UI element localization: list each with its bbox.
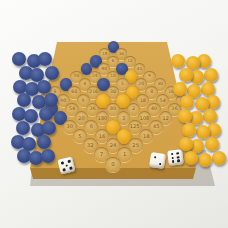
photo-backdrop: 3612459301660156208543690105184012243021… bbox=[0, 0, 228, 228]
yellow-reserve-disc[interactable] bbox=[182, 123, 196, 137]
die-pip bbox=[172, 160, 175, 163]
yellow-reserve-disc[interactable] bbox=[198, 153, 212, 167]
blue-reserve-disc[interactable] bbox=[37, 80, 51, 94]
die-pip bbox=[158, 162, 161, 165]
die[interactable] bbox=[167, 149, 184, 166]
blue-reserve-disc[interactable] bbox=[41, 149, 55, 163]
die-pip bbox=[171, 156, 174, 159]
yellow-reserve-disc[interactable] bbox=[204, 68, 218, 82]
die-pip bbox=[62, 168, 65, 171]
blue-reserve-disc[interactable] bbox=[16, 121, 30, 135]
yellow-reserve-disc[interactable] bbox=[203, 109, 217, 123]
yellow-reserve-disc[interactable] bbox=[179, 68, 193, 82]
blue-reserve-disc[interactable] bbox=[37, 135, 51, 149]
yellow-reserve-disc[interactable] bbox=[173, 82, 187, 96]
yellow-reserve-disc[interactable] bbox=[205, 137, 219, 151]
die[interactable] bbox=[149, 152, 166, 169]
yellow-reserve-disc[interactable] bbox=[184, 151, 198, 165]
blue-reserve-disc[interactable] bbox=[38, 52, 52, 66]
blue-reserve-disc[interactable] bbox=[17, 93, 31, 107]
yellow-reserve-disc[interactable] bbox=[180, 95, 194, 109]
die-pip bbox=[177, 156, 180, 159]
blue-reserve-disc[interactable] bbox=[45, 66, 59, 80]
die-pip bbox=[171, 153, 174, 156]
die-pip bbox=[69, 166, 72, 169]
yellow-reserve-disc[interactable] bbox=[212, 151, 226, 165]
blue-reserve-disc[interactable] bbox=[39, 107, 53, 121]
die-pip bbox=[65, 164, 68, 167]
die-pip bbox=[177, 159, 180, 162]
die-pip bbox=[176, 152, 179, 155]
blue-reserve-disc[interactable] bbox=[12, 52, 26, 66]
yellow-reserve-disc[interactable] bbox=[171, 54, 185, 68]
board-cell[interactable]: 0 bbox=[105, 157, 120, 172]
yellow-reserve-disc[interactable] bbox=[179, 137, 193, 151]
die-pip bbox=[61, 161, 64, 164]
die-pip bbox=[67, 160, 70, 163]
die-pip bbox=[153, 156, 156, 159]
yellow-reserve-disc[interactable] bbox=[178, 109, 192, 123]
yellow-reserve-disc[interactable] bbox=[201, 82, 215, 96]
